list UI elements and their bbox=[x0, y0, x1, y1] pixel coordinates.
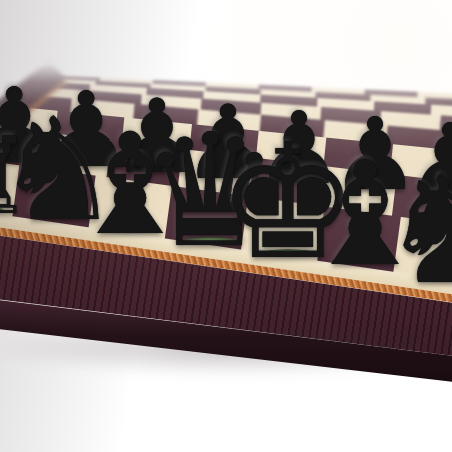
piece-g8-black-knight: ♞ bbox=[379, 156, 452, 305]
pieces-layer: ♟♟♟♟♟♟♟♜♞♝♛♚♝♞ bbox=[0, 0, 452, 452]
chess-photo-scene: ♟♟♟♟♟♟♟♜♞♝♛♚♝♞ bbox=[0, 0, 452, 452]
